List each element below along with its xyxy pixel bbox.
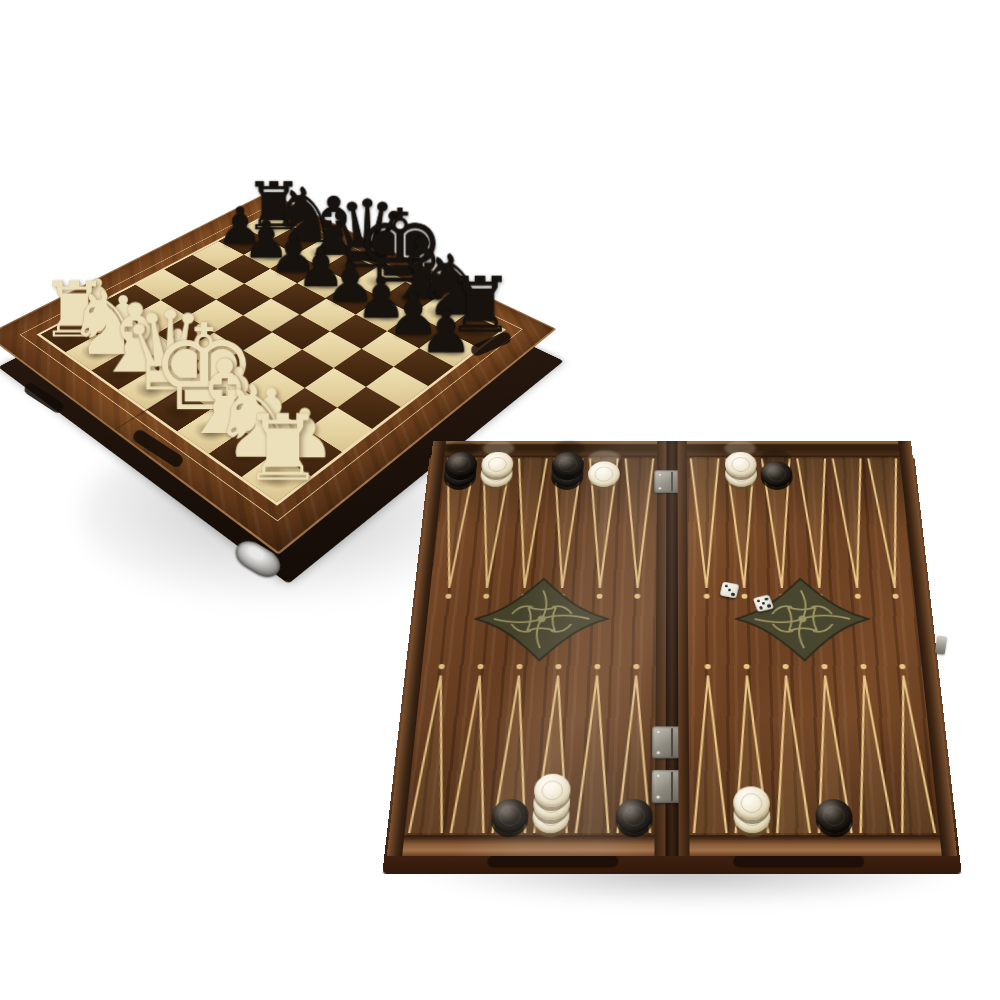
tray-floor [687, 457, 940, 835]
tray-back-wall [678, 441, 913, 457]
tray-near-wall [387, 835, 666, 855]
tray-floor [404, 457, 657, 835]
backgammon-right-tray [678, 441, 958, 856]
case-fold-seam [665, 441, 678, 856]
checker-white[interactable] [732, 786, 770, 820]
tray-near-wall [679, 835, 958, 855]
inlay-medallion [466, 576, 614, 664]
product-photo: ♜♞♝♛♚♝♞♜♟♟♟♟♟♟♟♟♟♟♟♟♟♟♟♟♜♞♝♛♚♝♞♜ [0, 0, 1000, 1000]
points-row-bottom [688, 660, 939, 836]
chess-piece-white-rook[interactable]: ♜ [242, 403, 291, 494]
finger-slot [487, 855, 619, 867]
case-clasp [935, 635, 947, 654]
backgammon-board [387, 441, 957, 856]
checker-black[interactable] [615, 799, 652, 833]
finger-slot [733, 855, 865, 867]
die[interactable] [720, 582, 740, 599]
backgammon-left-tray [387, 441, 667, 856]
points-row-top [687, 457, 915, 603]
chess-square[interactable]: ♜ [242, 453, 311, 502]
checker-black[interactable] [760, 461, 793, 486]
checker-white[interactable] [587, 461, 620, 486]
inlay-medallion [730, 576, 878, 664]
chess-piece-black-pawn[interactable]: ♟ [420, 301, 462, 361]
checker-white[interactable] [724, 452, 756, 477]
